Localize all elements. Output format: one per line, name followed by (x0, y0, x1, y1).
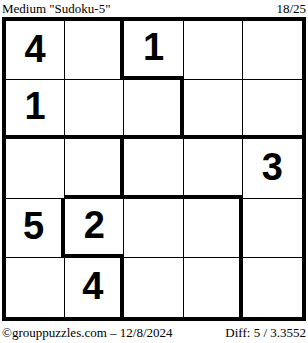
cell-r0c1-empty[interactable] (65, 21, 124, 80)
cell-r1c3-empty[interactable] (184, 80, 243, 139)
puzzle-title: Medium "Sudoku-5" (2, 1, 110, 16)
cell-r0c0-given-4: 4 (6, 21, 65, 80)
cell-r0c3-empty[interactable] (184, 21, 243, 80)
cell-r3c1-given-2: 2 (65, 199, 124, 258)
cell-r3c0-given-5: 5 (6, 199, 65, 258)
cell-r4c3-empty[interactable] (184, 258, 243, 317)
cell-r1c0-given-1: 1 (6, 80, 65, 139)
sudoku-board: 4113524 (2, 17, 306, 321)
cell-r4c0-empty[interactable] (6, 258, 65, 317)
cell-r2c1-empty[interactable] (65, 139, 124, 198)
cell-r2c2-empty[interactable] (124, 139, 183, 198)
cell-r2c3-empty[interactable] (184, 139, 243, 198)
cell-r1c1-empty[interactable] (65, 80, 124, 139)
footer: ©grouppuzzles.com – 12/8/2024 Diff: 5 / … (0, 321, 308, 340)
cell-r4c2-empty[interactable] (124, 258, 183, 317)
cell-r4c4-empty[interactable] (243, 258, 302, 317)
cell-r4c1-given-4: 4 (65, 258, 124, 317)
cell-r0c4-empty[interactable] (243, 21, 302, 80)
cell-r0c2-given-1: 1 (124, 21, 183, 80)
copyright-credit: ©grouppuzzles.com – 12/8/2024 (2, 326, 173, 340)
cell-r2c4-given-3: 3 (243, 139, 302, 198)
progress-counter: 18/25 (276, 1, 306, 16)
header: Medium "Sudoku-5" 18/25 (0, 0, 308, 17)
difficulty-label: Diff: 5 / 3.3552 (225, 326, 306, 340)
cell-r3c2-empty[interactable] (124, 199, 183, 258)
cell-r3c4-empty[interactable] (243, 199, 302, 258)
cell-r1c2-empty[interactable] (124, 80, 183, 139)
cell-r2c0-empty[interactable] (6, 139, 65, 198)
cell-r1c4-empty[interactable] (243, 80, 302, 139)
cell-r3c3-empty[interactable] (184, 199, 243, 258)
